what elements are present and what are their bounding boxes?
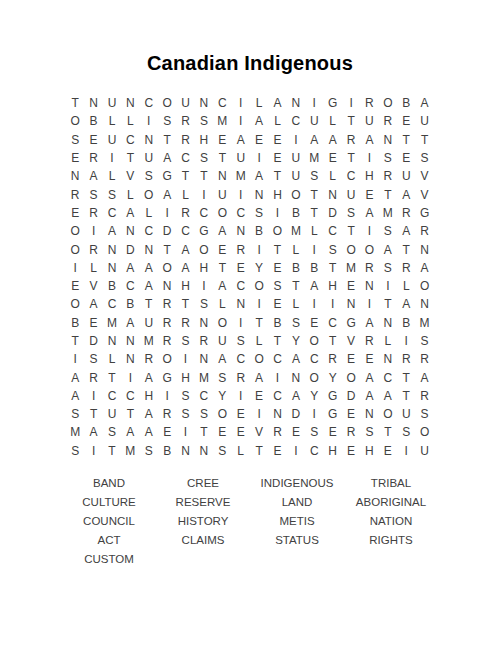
grid-cell[interactable]: D: [121, 240, 139, 258]
grid-cell[interactable]: C: [195, 387, 213, 405]
grid-cell[interactable]: G: [415, 204, 433, 222]
grid-cell[interactable]: I: [66, 259, 84, 277]
grid-cell[interactable]: C: [103, 204, 121, 222]
grid-cell[interactable]: U: [213, 185, 231, 203]
grid-cell[interactable]: O: [379, 94, 397, 112]
grid-cell[interactable]: O: [379, 405, 397, 423]
grid-cell[interactable]: N: [158, 277, 176, 295]
grid-cell[interactable]: T: [140, 295, 158, 313]
grid-cell[interactable]: R: [415, 222, 433, 240]
grid-cell[interactable]: E: [232, 423, 250, 441]
grid-cell[interactable]: L: [103, 350, 121, 368]
grid-cell[interactable]: B: [250, 222, 268, 240]
grid-cell[interactable]: G: [323, 94, 341, 112]
grid-cell[interactable]: D: [342, 387, 360, 405]
grid-cell[interactable]: T: [342, 112, 360, 130]
grid-cell[interactable]: I: [232, 314, 250, 332]
grid-cell[interactable]: T: [323, 259, 341, 277]
grid-cell[interactable]: E: [268, 259, 286, 277]
grid-cell[interactable]: S: [66, 405, 84, 423]
grid-cell[interactable]: M: [213, 112, 231, 130]
grid-cell[interactable]: U: [305, 112, 323, 130]
grid-cell[interactable]: T: [379, 295, 397, 313]
grid-cell[interactable]: V: [84, 277, 102, 295]
grid-cell[interactable]: E: [66, 204, 84, 222]
grid-cell[interactable]: U: [360, 112, 378, 130]
grid-cell[interactable]: A: [250, 368, 268, 386]
grid-cell[interactable]: C: [121, 387, 139, 405]
grid-cell[interactable]: A: [232, 131, 250, 149]
grid-cell[interactable]: N: [121, 350, 139, 368]
grid-cell[interactable]: T: [250, 314, 268, 332]
grid-cell[interactable]: I: [305, 295, 323, 313]
grid-cell[interactable]: T: [397, 387, 415, 405]
grid-cell[interactable]: S: [379, 149, 397, 167]
grid-cell[interactable]: T: [268, 240, 286, 258]
grid-cell[interactable]: S: [176, 405, 194, 423]
grid-cell[interactable]: A: [66, 387, 84, 405]
grid-cell[interactable]: L: [323, 112, 341, 130]
grid-cell[interactable]: L: [305, 222, 323, 240]
grid-cell[interactable]: Y: [323, 368, 341, 386]
grid-cell[interactable]: S: [415, 332, 433, 350]
grid-cell[interactable]: R: [342, 131, 360, 149]
grid-cell[interactable]: A: [140, 259, 158, 277]
grid-cell[interactable]: S: [84, 350, 102, 368]
grid-cell[interactable]: R: [415, 387, 433, 405]
grid-cell[interactable]: O: [66, 240, 84, 258]
grid-cell[interactable]: R: [84, 149, 102, 167]
grid-cell[interactable]: L: [84, 259, 102, 277]
grid-cell[interactable]: N: [323, 185, 341, 203]
grid-cell[interactable]: H: [268, 185, 286, 203]
grid-cell[interactable]: N: [287, 94, 305, 112]
grid-cell[interactable]: L: [232, 442, 250, 460]
grid-cell[interactable]: I: [84, 442, 102, 460]
grid-cell[interactable]: C: [213, 94, 231, 112]
grid-cell[interactable]: C: [232, 277, 250, 295]
grid-cell[interactable]: I: [84, 387, 102, 405]
grid-cell[interactable]: C: [232, 350, 250, 368]
grid-cell[interactable]: S: [66, 131, 84, 149]
grid-cell[interactable]: T: [287, 277, 305, 295]
grid-cell[interactable]: E: [305, 314, 323, 332]
grid-cell[interactable]: L: [121, 112, 139, 130]
grid-cell[interactable]: T: [397, 368, 415, 386]
grid-cell[interactable]: A: [121, 259, 139, 277]
grid-cell[interactable]: A: [360, 314, 378, 332]
grid-cell[interactable]: G: [158, 368, 176, 386]
grid-cell[interactable]: C: [323, 314, 341, 332]
grid-cell[interactable]: A: [379, 387, 397, 405]
grid-cell[interactable]: U: [140, 314, 158, 332]
grid-cell[interactable]: T: [195, 423, 213, 441]
grid-cell[interactable]: I: [121, 368, 139, 386]
grid-cell[interactable]: C: [121, 277, 139, 295]
grid-cell[interactable]: S: [84, 185, 102, 203]
grid-cell[interactable]: A: [360, 204, 378, 222]
grid-cell[interactable]: T: [66, 332, 84, 350]
grid-cell[interactable]: R: [140, 350, 158, 368]
grid-cell[interactable]: S: [379, 259, 397, 277]
grid-cell[interactable]: N: [342, 295, 360, 313]
grid-cell[interactable]: M: [342, 259, 360, 277]
grid-cell[interactable]: O: [342, 240, 360, 258]
grid-cell[interactable]: C: [379, 368, 397, 386]
grid-cell[interactable]: T: [323, 332, 341, 350]
grid-cell[interactable]: A: [360, 387, 378, 405]
grid-cell[interactable]: A: [176, 240, 194, 258]
grid-cell[interactable]: S: [195, 295, 213, 313]
grid-cell[interactable]: N: [84, 94, 102, 112]
grid-cell[interactable]: N: [232, 295, 250, 313]
grid-cell[interactable]: A: [250, 112, 268, 130]
grid-cell[interactable]: T: [379, 423, 397, 441]
grid-cell[interactable]: M: [121, 442, 139, 460]
grid-cell[interactable]: T: [268, 167, 286, 185]
grid-cell[interactable]: B: [287, 259, 305, 277]
grid-cell[interactable]: E: [66, 149, 84, 167]
grid-cell[interactable]: C: [268, 387, 286, 405]
grid-cell[interactable]: N: [379, 131, 397, 149]
grid-cell[interactable]: A: [287, 350, 305, 368]
grid-cell[interactable]: E: [323, 149, 341, 167]
grid-cell[interactable]: N: [268, 405, 286, 423]
grid-cell[interactable]: C: [268, 350, 286, 368]
grid-cell[interactable]: C: [176, 222, 194, 240]
grid-cell[interactable]: H: [176, 277, 194, 295]
grid-cell[interactable]: U: [232, 149, 250, 167]
grid-cell[interactable]: N: [103, 240, 121, 258]
grid-cell[interactable]: L: [287, 295, 305, 313]
grid-cell[interactable]: I: [268, 368, 286, 386]
grid-cell[interactable]: O: [342, 368, 360, 386]
grid-cell[interactable]: N: [250, 185, 268, 203]
grid-cell[interactable]: R: [323, 350, 341, 368]
grid-cell[interactable]: L: [176, 185, 194, 203]
grid-cell[interactable]: O: [66, 295, 84, 313]
grid-cell[interactable]: A: [121, 204, 139, 222]
grid-cell[interactable]: E: [213, 240, 231, 258]
grid-cell[interactable]: I: [232, 94, 250, 112]
grid-cell[interactable]: I: [195, 185, 213, 203]
grid-cell[interactable]: A: [415, 259, 433, 277]
grid-cell[interactable]: S: [415, 149, 433, 167]
grid-cell[interactable]: T: [176, 167, 194, 185]
grid-cell[interactable]: E: [66, 277, 84, 295]
grid-cell[interactable]: M: [232, 167, 250, 185]
grid-cell[interactable]: U: [342, 185, 360, 203]
grid-cell[interactable]: G: [323, 405, 341, 423]
grid-cell[interactable]: I: [158, 204, 176, 222]
grid-cell[interactable]: E: [268, 295, 286, 313]
grid-cell[interactable]: A: [250, 167, 268, 185]
grid-cell[interactable]: O: [415, 423, 433, 441]
grid-cell[interactable]: A: [140, 423, 158, 441]
grid-cell[interactable]: R: [397, 204, 415, 222]
grid-cell[interactable]: T: [121, 405, 139, 423]
grid-cell[interactable]: V: [121, 167, 139, 185]
grid-cell[interactable]: T: [213, 259, 231, 277]
grid-cell[interactable]: O: [287, 185, 305, 203]
grid-cell[interactable]: N: [195, 94, 213, 112]
grid-cell[interactable]: G: [342, 314, 360, 332]
grid-cell[interactable]: A: [176, 259, 194, 277]
grid-cell[interactable]: T: [397, 131, 415, 149]
grid-cell[interactable]: O: [213, 405, 231, 423]
grid-cell[interactable]: E: [250, 131, 268, 149]
grid-cell[interactable]: S: [176, 332, 194, 350]
grid-cell[interactable]: A: [415, 368, 433, 386]
grid-cell[interactable]: O: [158, 94, 176, 112]
grid-cell[interactable]: R: [397, 350, 415, 368]
grid-cell[interactable]: E: [232, 259, 250, 277]
grid-cell[interactable]: I: [305, 405, 323, 423]
grid-cell[interactable]: S: [195, 405, 213, 423]
grid-cell[interactable]: R: [84, 368, 102, 386]
grid-cell[interactable]: B: [158, 442, 176, 460]
grid-cell[interactable]: O: [360, 240, 378, 258]
grid-cell[interactable]: L: [397, 277, 415, 295]
grid-cell[interactable]: T: [305, 204, 323, 222]
grid-cell[interactable]: N: [140, 131, 158, 149]
grid-cell[interactable]: A: [268, 94, 286, 112]
grid-cell[interactable]: I: [195, 277, 213, 295]
grid-cell[interactable]: T: [84, 405, 102, 423]
grid-cell[interactable]: M: [415, 314, 433, 332]
grid-cell[interactable]: O: [268, 222, 286, 240]
grid-cell[interactable]: O: [305, 368, 323, 386]
grid-cell[interactable]: N: [360, 405, 378, 423]
grid-cell[interactable]: C: [195, 204, 213, 222]
grid-cell[interactable]: C: [121, 131, 139, 149]
grid-cell[interactable]: H: [360, 167, 378, 185]
grid-cell[interactable]: T: [305, 185, 323, 203]
grid-cell[interactable]: N: [66, 167, 84, 185]
grid-cell[interactable]: A: [121, 423, 139, 441]
grid-cell[interactable]: G: [195, 222, 213, 240]
grid-cell[interactable]: S: [213, 442, 231, 460]
grid-cell[interactable]: N: [287, 368, 305, 386]
grid-cell[interactable]: A: [397, 295, 415, 313]
grid-cell[interactable]: I: [397, 332, 415, 350]
grid-cell[interactable]: I: [305, 94, 323, 112]
grid-cell[interactable]: O: [195, 240, 213, 258]
grid-cell[interactable]: U: [415, 112, 433, 130]
grid-cell[interactable]: R: [268, 423, 286, 441]
grid-cell[interactable]: M: [195, 368, 213, 386]
grid-cell[interactable]: S: [158, 112, 176, 130]
grid-cell[interactable]: E: [268, 149, 286, 167]
grid-cell[interactable]: R: [176, 204, 194, 222]
grid-cell[interactable]: A: [140, 368, 158, 386]
grid-cell[interactable]: B: [66, 314, 84, 332]
grid-cell[interactable]: R: [195, 332, 213, 350]
grid-cell[interactable]: O: [66, 112, 84, 130]
grid-cell[interactable]: Y: [305, 387, 323, 405]
grid-cell[interactable]: A: [213, 222, 231, 240]
grid-cell[interactable]: E: [158, 423, 176, 441]
grid-cell[interactable]: A: [84, 423, 102, 441]
grid-cell[interactable]: C: [232, 204, 250, 222]
grid-cell[interactable]: T: [158, 240, 176, 258]
grid-cell[interactable]: L: [250, 94, 268, 112]
grid-cell[interactable]: C: [176, 149, 194, 167]
grid-cell[interactable]: U: [397, 405, 415, 423]
grid-cell[interactable]: E: [213, 423, 231, 441]
grid-cell[interactable]: R: [176, 131, 194, 149]
grid-cell[interactable]: U: [287, 167, 305, 185]
grid-cell[interactable]: L: [250, 332, 268, 350]
grid-cell[interactable]: C: [305, 350, 323, 368]
grid-cell[interactable]: T: [195, 167, 213, 185]
grid-cell[interactable]: I: [158, 387, 176, 405]
grid-cell[interactable]: C: [323, 222, 341, 240]
grid-cell[interactable]: S: [342, 204, 360, 222]
grid-cell[interactable]: L: [323, 167, 341, 185]
grid-cell[interactable]: H: [323, 442, 341, 460]
grid-cell[interactable]: N: [121, 332, 139, 350]
grid-cell[interactable]: I: [360, 295, 378, 313]
grid-cell[interactable]: L: [379, 332, 397, 350]
grid-cell[interactable]: T: [250, 442, 268, 460]
grid-cell[interactable]: H: [360, 442, 378, 460]
grid-cell[interactable]: E: [232, 405, 250, 423]
grid-cell[interactable]: I: [360, 222, 378, 240]
grid-cell[interactable]: D: [84, 332, 102, 350]
grid-cell[interactable]: N: [415, 295, 433, 313]
grid-cell[interactable]: I: [232, 387, 250, 405]
grid-cell[interactable]: T: [103, 442, 121, 460]
grid-cell[interactable]: E: [250, 387, 268, 405]
grid-cell[interactable]: R: [158, 314, 176, 332]
grid-cell[interactable]: S: [415, 405, 433, 423]
grid-cell[interactable]: L: [213, 295, 231, 313]
grid-cell[interactable]: A: [305, 131, 323, 149]
grid-cell[interactable]: S: [213, 368, 231, 386]
grid-cell[interactable]: I: [250, 405, 268, 423]
grid-cell[interactable]: M: [287, 222, 305, 240]
grid-cell[interactable]: B: [287, 204, 305, 222]
grid-cell[interactable]: T: [415, 131, 433, 149]
grid-cell[interactable]: L: [121, 185, 139, 203]
grid-cell[interactable]: R: [415, 350, 433, 368]
grid-cell[interactable]: E: [287, 423, 305, 441]
grid-cell[interactable]: I: [176, 350, 194, 368]
grid-cell[interactable]: E: [323, 423, 341, 441]
grid-cell[interactable]: L: [140, 204, 158, 222]
grid-cell[interactable]: U: [140, 149, 158, 167]
grid-cell[interactable]: A: [84, 167, 102, 185]
grid-cell[interactable]: V: [415, 167, 433, 185]
grid-cell[interactable]: D: [287, 405, 305, 423]
grid-cell[interactable]: N: [176, 442, 194, 460]
grid-cell[interactable]: R: [176, 314, 194, 332]
grid-cell[interactable]: O: [213, 204, 231, 222]
grid-cell[interactable]: A: [66, 368, 84, 386]
grid-cell[interactable]: N: [121, 94, 139, 112]
grid-cell[interactable]: O: [415, 277, 433, 295]
grid-cell[interactable]: B: [397, 314, 415, 332]
grid-cell[interactable]: R: [66, 185, 84, 203]
grid-cell[interactable]: O: [140, 185, 158, 203]
grid-cell[interactable]: A: [305, 277, 323, 295]
grid-cell[interactable]: C: [103, 295, 121, 313]
grid-cell[interactable]: I: [305, 240, 323, 258]
grid-cell[interactable]: A: [360, 131, 378, 149]
grid-cell[interactable]: R: [176, 112, 194, 130]
grid-cell[interactable]: S: [140, 442, 158, 460]
grid-cell[interactable]: E: [342, 405, 360, 423]
grid-cell[interactable]: A: [287, 387, 305, 405]
grid-cell[interactable]: I: [232, 185, 250, 203]
grid-cell[interactable]: R: [379, 167, 397, 185]
grid-cell[interactable]: R: [360, 94, 378, 112]
grid-cell[interactable]: V: [250, 423, 268, 441]
grid-cell[interactable]: A: [84, 295, 102, 313]
grid-cell[interactable]: S: [232, 332, 250, 350]
grid-cell[interactable]: A: [397, 222, 415, 240]
grid-cell[interactable]: I: [84, 222, 102, 240]
grid-cell[interactable]: Y: [250, 259, 268, 277]
grid-cell[interactable]: B: [84, 112, 102, 130]
grid-cell[interactable]: A: [158, 185, 176, 203]
grid-cell[interactable]: E: [360, 350, 378, 368]
grid-cell[interactable]: S: [195, 149, 213, 167]
grid-cell[interactable]: M: [305, 149, 323, 167]
grid-cell[interactable]: E: [268, 131, 286, 149]
grid-cell[interactable]: R: [158, 332, 176, 350]
grid-cell[interactable]: T: [66, 94, 84, 112]
grid-cell[interactable]: E: [397, 112, 415, 130]
grid-cell[interactable]: S: [268, 277, 286, 295]
grid-cell[interactable]: C: [140, 94, 158, 112]
grid-cell[interactable]: I: [250, 295, 268, 313]
grid-cell[interactable]: I: [250, 240, 268, 258]
grid-cell[interactable]: N: [140, 240, 158, 258]
grid-cell[interactable]: C: [287, 112, 305, 130]
grid-cell[interactable]: N: [103, 259, 121, 277]
grid-cell[interactable]: I: [397, 442, 415, 460]
grid-cell[interactable]: U: [397, 167, 415, 185]
grid-cell[interactable]: R: [360, 332, 378, 350]
grid-cell[interactable]: S: [140, 167, 158, 185]
grid-cell[interactable]: I: [379, 277, 397, 295]
grid-cell[interactable]: I: [323, 295, 341, 313]
grid-cell[interactable]: N: [195, 350, 213, 368]
grid-cell[interactable]: I: [232, 112, 250, 130]
grid-cell[interactable]: O: [213, 314, 231, 332]
grid-cell[interactable]: D: [323, 204, 341, 222]
grid-cell[interactable]: E: [213, 131, 231, 149]
grid-cell[interactable]: S: [397, 423, 415, 441]
grid-cell[interactable]: N: [379, 350, 397, 368]
grid-cell[interactable]: A: [140, 405, 158, 423]
grid-cell[interactable]: N: [213, 167, 231, 185]
grid-cell[interactable]: R: [84, 240, 102, 258]
grid-cell[interactable]: O: [158, 259, 176, 277]
grid-cell[interactable]: N: [360, 277, 378, 295]
grid-cell[interactable]: M: [103, 314, 121, 332]
grid-cell[interactable]: M: [66, 423, 84, 441]
grid-cell[interactable]: T: [213, 149, 231, 167]
grid-cell[interactable]: Y: [213, 387, 231, 405]
grid-cell[interactable]: U: [103, 131, 121, 149]
grid-cell[interactable]: A: [213, 277, 231, 295]
grid-cell[interactable]: V: [342, 332, 360, 350]
grid-cell[interactable]: B: [305, 259, 323, 277]
grid-cell[interactable]: S: [103, 423, 121, 441]
